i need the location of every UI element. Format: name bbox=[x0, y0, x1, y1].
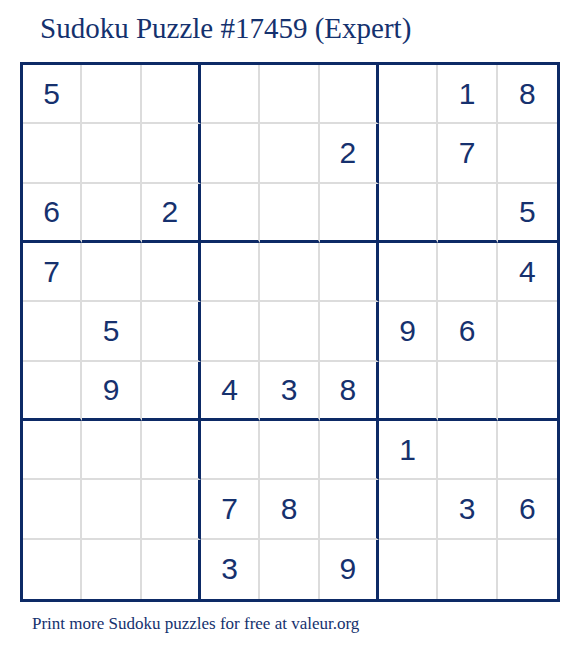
sudoku-cell-r1c5[interactable] bbox=[260, 65, 319, 124]
sudoku-cell-r5c3[interactable] bbox=[142, 302, 201, 361]
sudoku-cell-r4c8[interactable] bbox=[438, 243, 497, 302]
sudoku-cell-r4c5[interactable] bbox=[260, 243, 319, 302]
sudoku-cell-r9c2[interactable] bbox=[82, 540, 141, 599]
sudoku-cell-r9c9[interactable] bbox=[498, 540, 557, 599]
footer-text: Print more Sudoku puzzles for free at va… bbox=[32, 614, 359, 634]
sudoku-cell-r5c6[interactable] bbox=[320, 302, 379, 361]
sudoku-cell-r7c4[interactable] bbox=[201, 421, 260, 480]
sudoku-cell-r3c7[interactable] bbox=[379, 184, 438, 243]
sudoku-cell-r3c3[interactable]: 2 bbox=[142, 184, 201, 243]
sudoku-cell-r2c4[interactable] bbox=[201, 124, 260, 183]
sudoku-cell-r7c3[interactable] bbox=[142, 421, 201, 480]
sudoku-cell-r6c5[interactable]: 3 bbox=[260, 362, 319, 421]
sudoku-cell-r4c9[interactable]: 4 bbox=[498, 243, 557, 302]
sudoku-cell-r7c1[interactable] bbox=[23, 421, 82, 480]
sudoku-cell-r1c8[interactable]: 1 bbox=[438, 65, 497, 124]
sudoku-cell-r8c3[interactable] bbox=[142, 480, 201, 539]
sudoku-cell-r2c3[interactable] bbox=[142, 124, 201, 183]
sudoku-cell-r4c1[interactable]: 7 bbox=[23, 243, 82, 302]
sudoku-cell-r9c1[interactable] bbox=[23, 540, 82, 599]
sudoku-cell-r9c5[interactable] bbox=[260, 540, 319, 599]
sudoku-cell-r2c8[interactable]: 7 bbox=[438, 124, 497, 183]
sudoku-cell-r6c1[interactable] bbox=[23, 362, 82, 421]
sudoku-cell-r7c7[interactable]: 1 bbox=[379, 421, 438, 480]
sudoku-cell-r5c5[interactable] bbox=[260, 302, 319, 361]
sudoku-cell-r1c7[interactable] bbox=[379, 65, 438, 124]
sudoku-cell-r1c1[interactable]: 5 bbox=[23, 65, 82, 124]
sudoku-cell-r3c8[interactable] bbox=[438, 184, 497, 243]
sudoku-cell-r6c7[interactable] bbox=[379, 362, 438, 421]
sudoku-cell-r4c4[interactable] bbox=[201, 243, 260, 302]
sudoku-grid: 518276257459694381783639 bbox=[20, 62, 560, 602]
sudoku-cell-r1c4[interactable] bbox=[201, 65, 260, 124]
sudoku-cell-r2c9[interactable] bbox=[498, 124, 557, 183]
sudoku-cell-r3c9[interactable]: 5 bbox=[498, 184, 557, 243]
sudoku-cell-r6c3[interactable] bbox=[142, 362, 201, 421]
sudoku-cell-r1c2[interactable] bbox=[82, 65, 141, 124]
sudoku-cell-r6c4[interactable]: 4 bbox=[201, 362, 260, 421]
sudoku-cell-r1c9[interactable]: 8 bbox=[498, 65, 557, 124]
sudoku-cell-r7c2[interactable] bbox=[82, 421, 141, 480]
sudoku-cell-r6c2[interactable]: 9 bbox=[82, 362, 141, 421]
sudoku-cell-r5c2[interactable]: 5 bbox=[82, 302, 141, 361]
sudoku-cell-r4c2[interactable] bbox=[82, 243, 141, 302]
sudoku-cell-r7c5[interactable] bbox=[260, 421, 319, 480]
sudoku-cell-r9c6[interactable]: 9 bbox=[320, 540, 379, 599]
sudoku-cell-r3c2[interactable] bbox=[82, 184, 141, 243]
sudoku-cell-r3c6[interactable] bbox=[320, 184, 379, 243]
sudoku-cell-r8c4[interactable]: 7 bbox=[201, 480, 260, 539]
sudoku-cell-r2c1[interactable] bbox=[23, 124, 82, 183]
sudoku-cell-r3c4[interactable] bbox=[201, 184, 260, 243]
sudoku-cell-r1c6[interactable] bbox=[320, 65, 379, 124]
sudoku-cell-r2c7[interactable] bbox=[379, 124, 438, 183]
sudoku-page: Sudoku Puzzle #17459 (Expert) 5182762574… bbox=[0, 0, 580, 651]
sudoku-cell-r1c3[interactable] bbox=[142, 65, 201, 124]
sudoku-cell-r5c9[interactable] bbox=[498, 302, 557, 361]
sudoku-cell-r8c2[interactable] bbox=[82, 480, 141, 539]
sudoku-cell-r9c7[interactable] bbox=[379, 540, 438, 599]
sudoku-cell-r8c5[interactable]: 8 bbox=[260, 480, 319, 539]
sudoku-cell-r6c8[interactable] bbox=[438, 362, 497, 421]
sudoku-cell-r2c2[interactable] bbox=[82, 124, 141, 183]
sudoku-cell-r9c3[interactable] bbox=[142, 540, 201, 599]
sudoku-cell-r3c5[interactable] bbox=[260, 184, 319, 243]
sudoku-cell-r4c3[interactable] bbox=[142, 243, 201, 302]
sudoku-cell-r2c5[interactable] bbox=[260, 124, 319, 183]
sudoku-cell-r3c1[interactable]: 6 bbox=[23, 184, 82, 243]
sudoku-cell-r5c7[interactable]: 9 bbox=[379, 302, 438, 361]
sudoku-cell-r2c6[interactable]: 2 bbox=[320, 124, 379, 183]
sudoku-cell-r6c6[interactable]: 8 bbox=[320, 362, 379, 421]
sudoku-cell-r4c7[interactable] bbox=[379, 243, 438, 302]
sudoku-cell-r8c8[interactable]: 3 bbox=[438, 480, 497, 539]
sudoku-cell-r7c9[interactable] bbox=[498, 421, 557, 480]
page-title: Sudoku Puzzle #17459 (Expert) bbox=[40, 12, 411, 45]
sudoku-cell-r9c4[interactable]: 3 bbox=[201, 540, 260, 599]
sudoku-cell-r8c1[interactable] bbox=[23, 480, 82, 539]
sudoku-cell-r8c6[interactable] bbox=[320, 480, 379, 539]
sudoku-cell-r8c7[interactable] bbox=[379, 480, 438, 539]
sudoku-cell-r7c8[interactable] bbox=[438, 421, 497, 480]
sudoku-cell-r6c9[interactable] bbox=[498, 362, 557, 421]
sudoku-cell-r9c8[interactable] bbox=[438, 540, 497, 599]
sudoku-cell-r8c9[interactable]: 6 bbox=[498, 480, 557, 539]
sudoku-cell-r5c1[interactable] bbox=[23, 302, 82, 361]
sudoku-cell-r4c6[interactable] bbox=[320, 243, 379, 302]
sudoku-cell-r7c6[interactable] bbox=[320, 421, 379, 480]
sudoku-cell-r5c8[interactable]: 6 bbox=[438, 302, 497, 361]
sudoku-cell-r5c4[interactable] bbox=[201, 302, 260, 361]
